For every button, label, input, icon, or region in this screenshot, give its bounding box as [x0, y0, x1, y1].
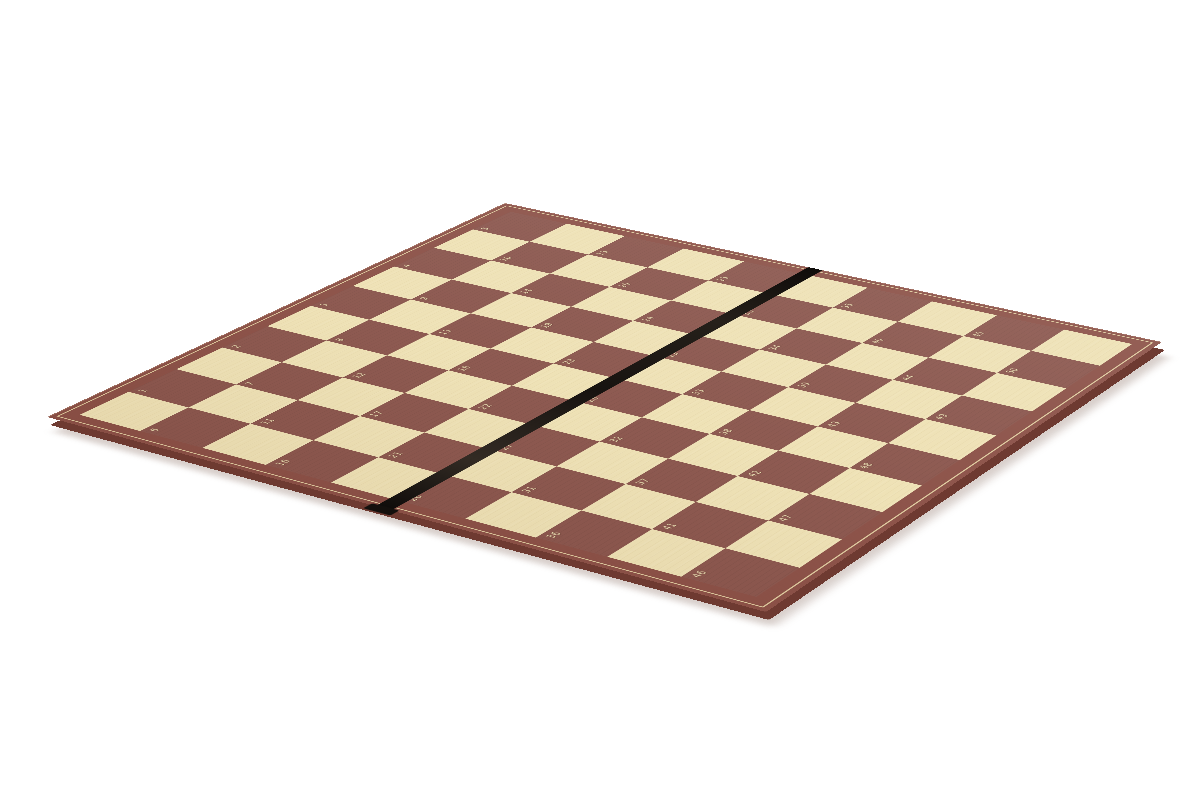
square-number: 39: [795, 381, 813, 388]
square-number: 8: [333, 338, 346, 342]
square-number: 18: [455, 365, 473, 372]
square-number: 37: [633, 478, 652, 486]
square-number: 45: [970, 331, 987, 337]
square-number: 42: [745, 470, 764, 478]
square-number: 7: [243, 381, 257, 386]
square-number: 24: [639, 316, 656, 322]
square-number: 40: [869, 338, 886, 344]
draughts-board: 1234567891011121314151617181920212223242…: [47, 203, 1162, 612]
square-number: 5: [479, 227, 491, 231]
board-grid: 1234567891011121314151617181920212223242…: [80, 212, 1132, 597]
square-number: 3: [318, 303, 331, 307]
square-number: 50: [1003, 367, 1020, 374]
square-number: 9: [418, 296, 431, 300]
square-number: 13: [436, 329, 453, 335]
square-number: 34: [767, 344, 784, 350]
square-number: 47: [775, 514, 794, 522]
square-number: 22: [476, 403, 494, 410]
square-number: 46: [689, 569, 709, 578]
square-number: 14: [517, 288, 534, 294]
square-number: 12: [350, 372, 368, 379]
square-number: 2: [229, 344, 242, 348]
square-number: 44: [900, 374, 917, 381]
square-number: 25: [714, 276, 730, 282]
square-number: 17: [367, 410, 385, 417]
product-photo-scene: 1234567891011121314151617181920212223242…: [0, 0, 1200, 800]
square-number: 33: [689, 389, 707, 396]
square-number: 32: [607, 436, 625, 443]
square-number: 1: [136, 388, 150, 393]
square-number: 4: [401, 264, 414, 268]
square-number: 11: [258, 418, 277, 425]
square-number: 23: [560, 358, 578, 365]
square-number: 6: [148, 428, 162, 433]
square-number: 31: [519, 486, 538, 494]
square-number: 35: [839, 303, 855, 309]
square-number: 20: [616, 282, 633, 288]
square-number: 38: [716, 428, 734, 435]
square-number: 10: [498, 256, 514, 262]
square-number: 48: [856, 462, 874, 470]
square-number: 41: [660, 522, 679, 530]
square-number: 43: [825, 420, 843, 427]
square-number: 15: [594, 250, 610, 256]
square-number: 21: [386, 451, 405, 458]
square-number: 36: [543, 531, 563, 539]
square-number: 19: [538, 322, 555, 328]
square-number: 49: [932, 413, 950, 420]
square-number: 16: [273, 459, 292, 467]
